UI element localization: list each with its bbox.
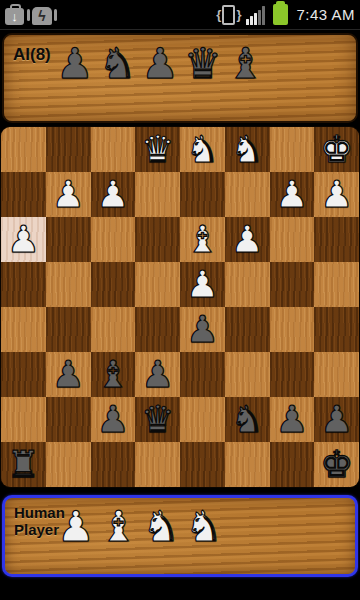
square-a7[interactable]: ♟ [314, 397, 359, 442]
square-a8[interactable]: ♚ [314, 442, 359, 487]
charging-android-icon: ϟ [32, 7, 52, 25]
square-h3[interactable]: ♟ [1, 217, 46, 262]
square-e5[interactable] [135, 307, 180, 352]
square-f7[interactable]: ♟ [91, 397, 136, 442]
captured-piece-black-pawn: ♟ [141, 36, 179, 92]
ai-captured-tray: AI(8) ♟♞♟♛♝ [2, 33, 358, 123]
piece-white-king: ♚ [320, 131, 353, 168]
piece-black-king: ♚ [320, 446, 353, 483]
square-g8[interactable] [46, 442, 91, 487]
captured-piece-white-knight: ♞ [142, 499, 180, 555]
square-b1[interactable] [270, 127, 315, 172]
piece-white-knight: ♞ [186, 131, 219, 168]
piece-white-pawn: ♟ [186, 266, 219, 303]
piece-white-pawn: ♟ [320, 176, 353, 213]
piece-white-queen: ♛ [141, 131, 174, 168]
captured-piece-white-bishop: ♝ [100, 499, 138, 555]
square-d1[interactable]: ♞ [180, 127, 225, 172]
square-f8[interactable] [91, 442, 136, 487]
piece-white-pawn: ♟ [231, 221, 264, 258]
captured-piece-white-knight: ♞ [185, 499, 223, 555]
square-g1[interactable] [46, 127, 91, 172]
vibrate-phone-body [222, 5, 235, 25]
piece-black-pawn: ♟ [141, 356, 174, 393]
square-b4[interactable] [270, 262, 315, 307]
square-b2[interactable]: ♟ [270, 172, 315, 217]
square-f3[interactable] [91, 217, 136, 262]
square-d2[interactable] [180, 172, 225, 217]
captured-piece-black-pawn: ♟ [56, 36, 94, 92]
square-a5[interactable] [314, 307, 359, 352]
piece-black-knight: ♞ [231, 401, 264, 438]
android-status-bar[interactable]: ↓ ϟ { } 7:43 AM [0, 0, 360, 30]
square-b3[interactable] [270, 217, 315, 262]
square-h5[interactable] [1, 307, 46, 352]
square-f4[interactable] [91, 262, 136, 307]
piece-black-queen: ♛ [141, 401, 174, 438]
square-e1[interactable]: ♛ [135, 127, 180, 172]
square-d4[interactable]: ♟ [180, 262, 225, 307]
square-h4[interactable] [1, 262, 46, 307]
clock-text: 7:43 AM [296, 6, 355, 23]
piece-white-bishop: ♝ [186, 221, 219, 258]
square-h6[interactable] [1, 352, 46, 397]
vibrate-wave-right: } [236, 7, 241, 22]
square-e2[interactable] [135, 172, 180, 217]
square-g6[interactable]: ♟ [46, 352, 91, 397]
captured-piece-black-knight: ♞ [99, 36, 137, 92]
captured-piece-black-bishop: ♝ [227, 36, 265, 92]
captured-piece-white-pawn: ♟ [57, 499, 95, 555]
ai-captured-pieces: ♟♞♟♛♝ [56, 36, 264, 92]
square-c8[interactable] [225, 442, 270, 487]
human-captured-pieces: ♟♝♞♞ [57, 499, 223, 555]
usb-storage-icon: ↓ [5, 8, 24, 25]
vibrate-icon: { } [216, 5, 241, 25]
square-c2[interactable] [225, 172, 270, 217]
square-g5[interactable] [46, 307, 91, 352]
battery-icon [273, 4, 288, 25]
square-c5[interactable] [225, 307, 270, 352]
square-f6[interactable]: ♝ [91, 352, 136, 397]
square-b6[interactable] [270, 352, 315, 397]
piece-black-pawn: ♟ [96, 401, 129, 438]
square-h8[interactable]: ♜ [1, 442, 46, 487]
square-f2[interactable]: ♟ [91, 172, 136, 217]
square-e3[interactable] [135, 217, 180, 262]
square-h2[interactable] [1, 172, 46, 217]
piece-black-pawn: ♟ [275, 401, 308, 438]
square-a3[interactable] [314, 217, 359, 262]
square-d8[interactable] [180, 442, 225, 487]
square-a2[interactable]: ♟ [314, 172, 359, 217]
chess-board: ♛♞♞♚♟♟♟♟♟♝♟♟♟♟♝♟♟♛♞♟♟♜♚ [0, 126, 360, 488]
square-e7[interactable]: ♛ [135, 397, 180, 442]
piece-white-pawn: ♟ [275, 176, 308, 213]
square-g4[interactable] [46, 262, 91, 307]
ai-player-label: AI(8) [13, 45, 51, 65]
piece-black-rook: ♜ [7, 446, 40, 483]
square-b7[interactable]: ♟ [270, 397, 315, 442]
square-h7[interactable] [1, 397, 46, 442]
square-b5[interactable] [270, 307, 315, 352]
square-c1[interactable]: ♞ [225, 127, 270, 172]
square-d7[interactable] [180, 397, 225, 442]
captured-piece-black-queen: ♛ [184, 36, 222, 92]
piece-white-pawn: ♟ [7, 221, 40, 258]
square-e6[interactable]: ♟ [135, 352, 180, 397]
square-c3[interactable]: ♟ [225, 217, 270, 262]
square-f1[interactable] [91, 127, 136, 172]
piece-white-pawn: ♟ [52, 176, 85, 213]
square-a6[interactable] [314, 352, 359, 397]
square-f5[interactable] [91, 307, 136, 352]
piece-white-pawn: ♟ [96, 176, 129, 213]
piece-black-pawn: ♟ [52, 356, 85, 393]
human-captured-tray: Human Player ♟♝♞♞ [2, 495, 358, 577]
vibrate-wave-left: { [216, 7, 221, 22]
square-b8[interactable] [270, 442, 315, 487]
piece-black-pawn: ♟ [186, 311, 219, 348]
square-g3[interactable] [46, 217, 91, 262]
piece-white-knight: ♞ [231, 131, 264, 168]
square-g2[interactable]: ♟ [46, 172, 91, 217]
square-e8[interactable] [135, 442, 180, 487]
piece-black-pawn: ♟ [320, 401, 353, 438]
square-a4[interactable] [314, 262, 359, 307]
square-a1[interactable]: ♚ [314, 127, 359, 172]
square-c7[interactable]: ♞ [225, 397, 270, 442]
square-e4[interactable] [135, 262, 180, 307]
square-h1[interactable] [1, 127, 46, 172]
signal-strength-icon [246, 5, 265, 25]
piece-black-bishop: ♝ [96, 356, 129, 393]
square-g7[interactable] [46, 397, 91, 442]
square-d3[interactable]: ♝ [180, 217, 225, 262]
square-d5[interactable]: ♟ [180, 307, 225, 352]
square-d6[interactable] [180, 352, 225, 397]
square-c4[interactable] [225, 262, 270, 307]
square-c6[interactable] [225, 352, 270, 397]
